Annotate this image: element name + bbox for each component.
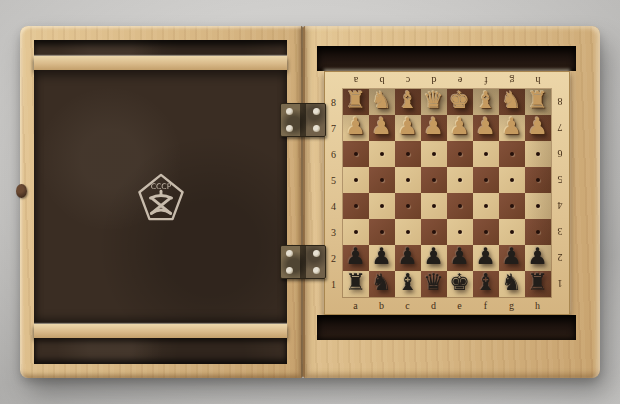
square-g3[interactable] <box>499 219 525 245</box>
board-platform: abcdefgh 87654321 ♜♞♝♛♚♝♞♜♟♟♟♟♟♟♟♟♟♟♟♟♟♟… <box>324 71 570 315</box>
square-f2[interactable]: ♟ <box>473 245 499 271</box>
square-f7[interactable]: ♟ <box>473 115 499 141</box>
piece-white-knight-b8[interactable]: ♞ <box>371 89 392 112</box>
piece-white-bishop-c8[interactable]: ♝ <box>397 89 418 112</box>
chess-board: ♜♞♝♛♚♝♞♜♟♟♟♟♟♟♟♟♟♟♟♟♟♟♟♟♜♞♝♛♚♝♞♜ <box>343 89 551 297</box>
lid-felt-lining: СССР <box>34 40 287 364</box>
quality-mark-stamp: СССР <box>137 173 185 221</box>
square-c7[interactable]: ♟ <box>395 115 421 141</box>
peg-hole <box>406 152 410 156</box>
peg-hole <box>484 178 488 182</box>
rank-label-right-5: 5 <box>551 167 569 193</box>
square-d1[interactable]: ♛ <box>421 271 447 297</box>
square-e8[interactable]: ♚ <box>447 89 473 115</box>
square-f1[interactable]: ♝ <box>473 271 499 297</box>
piece-white-pawn-f7[interactable]: ♟ <box>475 115 496 138</box>
screw-icon <box>313 125 320 132</box>
peg-hole <box>432 152 436 156</box>
square-f3[interactable] <box>473 219 499 245</box>
square-e1[interactable]: ♚ <box>447 271 473 297</box>
piece-white-knight-g8[interactable]: ♞ <box>501 89 522 112</box>
rank-label-left-2: 2 <box>325 245 343 271</box>
square-d3[interactable] <box>421 219 447 245</box>
piece-black-pawn-g2[interactable]: ♟ <box>501 245 522 268</box>
square-c4[interactable] <box>395 193 421 219</box>
rank-label-left-8: 8 <box>325 89 343 115</box>
peg-hole <box>458 230 462 234</box>
square-a5[interactable] <box>343 167 369 193</box>
square-g5[interactable] <box>499 167 525 193</box>
piece-black-pawn-d2[interactable]: ♟ <box>423 245 444 268</box>
square-b4[interactable] <box>369 193 395 219</box>
peg-hole <box>458 152 462 156</box>
peg-hole <box>432 178 436 182</box>
rank-label-right-8: 8 <box>551 89 569 115</box>
peg-hole <box>354 152 358 156</box>
peg-hole <box>354 204 358 208</box>
rank-label-right-4: 4 <box>551 193 569 219</box>
piece-white-pawn-d7[interactable]: ♟ <box>423 115 444 138</box>
square-h7[interactable]: ♟ <box>525 115 551 141</box>
screw-icon <box>313 108 320 115</box>
file-label-bottom-g: g <box>499 297 525 314</box>
square-d5[interactable] <box>421 167 447 193</box>
file-label-bottom-d: d <box>421 297 447 314</box>
piece-white-pawn-g7[interactable]: ♟ <box>501 115 522 138</box>
file-label-bottom-f: f <box>473 297 499 314</box>
peg-hole <box>536 230 540 234</box>
square-g4[interactable] <box>499 193 525 219</box>
square-e4[interactable] <box>447 193 473 219</box>
piece-black-pawn-e2[interactable]: ♟ <box>449 245 470 268</box>
square-c1[interactable]: ♝ <box>395 271 421 297</box>
square-a7[interactable]: ♟ <box>343 115 369 141</box>
piece-white-queen-d8[interactable]: ♛ <box>423 89 444 112</box>
corner-spacer <box>551 297 569 314</box>
rank-labels-left: 87654321 <box>325 89 343 297</box>
rank-label-left-3: 3 <box>325 219 343 245</box>
rank-label-left-6: 6 <box>325 141 343 167</box>
square-a6[interactable] <box>343 141 369 167</box>
peg-hole <box>536 178 540 182</box>
piece-white-rook-a8[interactable]: ♜ <box>345 89 366 112</box>
square-g1[interactable]: ♞ <box>499 271 525 297</box>
piece-white-pawn-c7[interactable]: ♟ <box>397 115 418 138</box>
lid-retaining-rail-top <box>34 56 287 70</box>
piece-black-rook-h1[interactable]: ♜ <box>527 271 548 294</box>
square-g6[interactable] <box>499 141 525 167</box>
piece-black-pawn-b2[interactable]: ♟ <box>371 245 392 268</box>
square-f5[interactable] <box>473 167 499 193</box>
rank-label-right-2: 2 <box>551 245 569 271</box>
lid-retaining-rail-bottom <box>34 324 287 338</box>
peg-hole <box>432 204 436 208</box>
peg-hole <box>510 152 514 156</box>
piece-white-pawn-a7[interactable]: ♟ <box>345 115 366 138</box>
peg-hole <box>432 230 436 234</box>
peg-hole <box>380 178 384 182</box>
peg-hole <box>380 230 384 234</box>
piece-white-bishop-f8[interactable]: ♝ <box>475 89 496 112</box>
file-label-bottom-c: c <box>395 297 421 314</box>
piece-white-king-e8[interactable]: ♚ <box>449 89 470 112</box>
screw-icon <box>286 125 293 132</box>
square-g8[interactable]: ♞ <box>499 89 525 115</box>
piece-black-queen-d1[interactable]: ♛ <box>423 271 444 294</box>
square-b5[interactable] <box>369 167 395 193</box>
square-b7[interactable]: ♟ <box>369 115 395 141</box>
rank-labels-right: 87654321 <box>551 89 569 297</box>
square-d7[interactable]: ♟ <box>421 115 447 141</box>
travel-chess-box: СССР <box>20 26 600 378</box>
piece-white-pawn-h7[interactable]: ♟ <box>527 115 548 138</box>
rank-label-right-1: 1 <box>551 271 569 297</box>
peg-hole <box>458 178 462 182</box>
screw-icon <box>286 267 293 274</box>
corner-spacer <box>325 72 343 89</box>
piece-black-bishop-f1[interactable]: ♝ <box>475 271 496 294</box>
square-h4[interactable] <box>525 193 551 219</box>
square-g2[interactable]: ♟ <box>499 245 525 271</box>
square-e2[interactable]: ♟ <box>447 245 473 271</box>
piece-black-knight-b1[interactable]: ♞ <box>371 271 392 294</box>
storage-channel-top <box>317 46 576 71</box>
square-b2[interactable]: ♟ <box>369 245 395 271</box>
square-a1[interactable]: ♜ <box>343 271 369 297</box>
peg-hole <box>458 204 462 208</box>
square-e3[interactable] <box>447 219 473 245</box>
square-d8[interactable]: ♛ <box>421 89 447 115</box>
peg-hole <box>484 204 488 208</box>
hinge-bottom <box>280 245 326 279</box>
square-c5[interactable] <box>395 167 421 193</box>
peg-hole <box>406 178 410 182</box>
screw-icon <box>286 108 293 115</box>
peg-hole <box>380 152 384 156</box>
square-f8[interactable]: ♝ <box>473 89 499 115</box>
square-b8[interactable]: ♞ <box>369 89 395 115</box>
square-f4[interactable] <box>473 193 499 219</box>
peg-hole <box>406 230 410 234</box>
file-labels-bottom: abcdefgh <box>325 297 569 314</box>
square-c6[interactable] <box>395 141 421 167</box>
square-d2[interactable]: ♟ <box>421 245 447 271</box>
peg-hole <box>354 178 358 182</box>
square-b3[interactable] <box>369 219 395 245</box>
piece-black-pawn-a2[interactable]: ♟ <box>345 245 366 268</box>
piece-black-bishop-c1[interactable]: ♝ <box>397 271 418 294</box>
square-e6[interactable] <box>447 141 473 167</box>
rank-label-left-7: 7 <box>325 115 343 141</box>
square-c3[interactable] <box>395 219 421 245</box>
piece-black-pawn-h2[interactable]: ♟ <box>527 245 548 268</box>
hinge-top <box>280 103 326 137</box>
peg-hole <box>510 178 514 182</box>
screw-icon <box>313 267 320 274</box>
square-a3[interactable] <box>343 219 369 245</box>
piece-white-pawn-e7[interactable]: ♟ <box>449 115 470 138</box>
square-b1[interactable]: ♞ <box>369 271 395 297</box>
piece-white-rook-h8[interactable]: ♜ <box>527 89 548 112</box>
peg-hole <box>380 204 384 208</box>
square-c2[interactable]: ♟ <box>395 245 421 271</box>
file-label-bottom-e: e <box>447 297 473 314</box>
rank-label-left-4: 4 <box>325 193 343 219</box>
rank-label-left-1: 1 <box>325 271 343 297</box>
peg-hole <box>510 230 514 234</box>
peg-hole <box>536 204 540 208</box>
peg-hole <box>484 152 488 156</box>
square-c8[interactable]: ♝ <box>395 89 421 115</box>
peg-hole <box>406 204 410 208</box>
screw-icon <box>313 250 320 257</box>
quality-mark-pentagon-icon: СССР <box>137 173 185 221</box>
screw-icon <box>286 250 293 257</box>
square-e7[interactable]: ♟ <box>447 115 473 141</box>
square-a4[interactable] <box>343 193 369 219</box>
corner-spacer <box>325 297 343 314</box>
rank-label-right-7: 7 <box>551 115 569 141</box>
peg-hole <box>484 230 488 234</box>
square-d4[interactable] <box>421 193 447 219</box>
piece-black-king-e1[interactable]: ♚ <box>449 271 470 294</box>
corner-spacer <box>551 72 569 89</box>
file-label-bottom-h: h <box>525 297 551 314</box>
piece-black-pawn-f2[interactable]: ♟ <box>475 245 496 268</box>
square-h8[interactable]: ♜ <box>525 89 551 115</box>
clasp-knob[interactable] <box>16 184 27 198</box>
square-g7[interactable]: ♟ <box>499 115 525 141</box>
stamp-symbol-icon <box>150 191 171 213</box>
lid-felt-field: СССР <box>34 70 287 324</box>
photo-scene: СССР <box>0 0 620 404</box>
stamp-text: СССР <box>150 182 171 191</box>
lid-storage-channel-bottom <box>34 338 287 364</box>
file-label-bottom-b: b <box>369 297 395 314</box>
peg-hole <box>354 230 358 234</box>
square-h2[interactable]: ♟ <box>525 245 551 271</box>
rank-label-right-6: 6 <box>551 141 569 167</box>
square-h1[interactable]: ♜ <box>525 271 551 297</box>
lid-storage-channel-top <box>34 40 287 56</box>
square-h6[interactable] <box>525 141 551 167</box>
box-board-half: abcdefgh 87654321 ♜♞♝♛♚♝♞♜♟♟♟♟♟♟♟♟♟♟♟♟♟♟… <box>303 26 600 378</box>
file-label-bottom-a: a <box>343 297 369 314</box>
peg-hole <box>536 152 540 156</box>
square-a2[interactable]: ♟ <box>343 245 369 271</box>
piece-black-rook-a1[interactable]: ♜ <box>345 271 366 294</box>
square-b6[interactable] <box>369 141 395 167</box>
square-h5[interactable] <box>525 167 551 193</box>
piece-black-pawn-c2[interactable]: ♟ <box>397 245 418 268</box>
piece-white-pawn-b7[interactable]: ♟ <box>371 115 392 138</box>
square-a8[interactable]: ♜ <box>343 89 369 115</box>
storage-channel-bottom <box>317 315 576 340</box>
rank-label-right-3: 3 <box>551 219 569 245</box>
peg-hole <box>510 204 514 208</box>
box-lid-left: СССР <box>20 26 303 378</box>
square-f6[interactable] <box>473 141 499 167</box>
square-d6[interactable] <box>421 141 447 167</box>
square-h3[interactable] <box>525 219 551 245</box>
piece-black-knight-g1[interactable]: ♞ <box>501 271 522 294</box>
rank-label-left-5: 5 <box>325 167 343 193</box>
square-e5[interactable] <box>447 167 473 193</box>
